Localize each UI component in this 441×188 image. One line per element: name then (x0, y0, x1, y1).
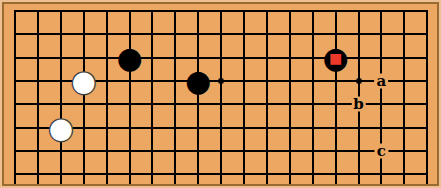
grid-line-vertical (426, 10, 428, 184)
grid-line-vertical (37, 10, 39, 184)
grid-line-horizontal (14, 150, 428, 152)
stone-glyph: ● (116, 43, 142, 73)
grid-line-vertical (243, 10, 245, 184)
grid-line-horizontal (14, 57, 428, 59)
grid-line-vertical (312, 10, 314, 184)
stone-glyph: ● (71, 66, 97, 96)
diagram-frame: ●●●■●●abc (0, 0, 441, 188)
grid-line-vertical (403, 10, 405, 184)
point-label-c: c (375, 143, 388, 158)
black-stone: ● (186, 69, 210, 93)
grid-line-vertical (266, 10, 268, 184)
grid-line-horizontal (14, 173, 428, 175)
grid-line-vertical (106, 10, 108, 184)
point-label-b: b (351, 97, 366, 112)
grid-line-vertical (129, 10, 131, 184)
stone-glyph: ● (185, 66, 211, 96)
grid-line-vertical (220, 10, 222, 184)
grid-line-vertical (14, 10, 16, 184)
star-point (219, 78, 224, 83)
white-stone: ● (49, 116, 73, 140)
white-stone: ● (72, 69, 96, 93)
grid-line-horizontal (14, 103, 428, 105)
star-point (356, 78, 361, 83)
black-stone: ● (118, 46, 142, 70)
red-square-marker: ■ (324, 46, 348, 70)
grid-line-horizontal (14, 33, 428, 35)
grid-line-horizontal (14, 127, 428, 129)
grid-line-horizontal (14, 10, 428, 12)
grid-line-vertical (151, 10, 153, 184)
stone-glyph: ● (48, 113, 74, 143)
frame-border: ●●●■●●abc (2, 2, 439, 186)
grid-line-vertical (289, 10, 291, 184)
grid-line-vertical (335, 10, 337, 184)
grid-line-vertical (60, 10, 62, 184)
grid-line-vertical (174, 10, 176, 184)
go-board: ●●●■●●abc (4, 4, 437, 184)
point-label-a: a (375, 73, 389, 88)
marked-black-stone: ●■ (324, 46, 348, 70)
